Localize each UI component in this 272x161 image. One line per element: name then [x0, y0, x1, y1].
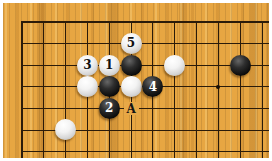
intersection-C18: [55, 33, 77, 55]
intersection-C14: [55, 119, 77, 141]
intersection-F14: [120, 119, 142, 141]
intersection-G17: [142, 54, 164, 76]
intersection-D18: [77, 33, 99, 55]
black-stone-F17: [121, 55, 142, 76]
intersection-G13: [142, 141, 164, 158]
intersection-F19: [120, 11, 142, 33]
intersection-H19: [164, 11, 186, 33]
intersection-F13: [120, 141, 142, 158]
intersection-C19: [55, 11, 77, 33]
intersection-L17: [229, 54, 251, 76]
intersection-D13: [77, 141, 99, 158]
intersection-F15: A: [120, 97, 142, 119]
white-stone-E17-move-1: 1: [99, 55, 120, 76]
intersection-J16: [186, 76, 208, 98]
intersection-D19: [77, 11, 99, 33]
go-board: 53142A: [3, 3, 269, 158]
intersection-L18: [229, 33, 251, 55]
black-stone-L17: [230, 55, 251, 76]
intersection-M14: [251, 119, 269, 141]
intersection-A18: [11, 33, 33, 55]
point-label-F15: A: [124, 102, 139, 115]
intersection-G14: [142, 119, 164, 141]
intersection-A15: [11, 97, 33, 119]
intersection-C16: [55, 76, 77, 98]
black-stone-E16: [99, 76, 120, 97]
intersection-H13: [164, 141, 186, 158]
intersection-E19: [98, 11, 120, 33]
intersection-G15: [142, 97, 164, 119]
intersection-F18: 5: [120, 33, 142, 55]
go-diagram: 53142A: [0, 0, 272, 161]
intersection-K19: [207, 11, 229, 33]
intersection-F16: [120, 76, 142, 98]
white-stone-C14: [55, 119, 76, 140]
intersection-L15: [229, 97, 251, 119]
intersection-E13: [98, 141, 120, 158]
intersection-K14: [207, 119, 229, 141]
white-stone-H17: [164, 55, 185, 76]
intersection-J13: [186, 141, 208, 158]
intersection-J19: [186, 11, 208, 33]
intersection-G19: [142, 11, 164, 33]
black-stone-E15-move-2: 2: [99, 98, 120, 119]
intersection-E18: [98, 33, 120, 55]
intersection-K13: [207, 141, 229, 158]
intersection-K17: [207, 54, 229, 76]
intersection-M17: [251, 54, 269, 76]
intersection-C17: [55, 54, 77, 76]
intersection-K16: [207, 76, 229, 98]
intersection-B19: [33, 11, 55, 33]
intersection-grid: 53142A: [11, 11, 269, 158]
white-stone-D16: [77, 76, 98, 97]
intersection-J15: [186, 97, 208, 119]
intersection-B18: [33, 33, 55, 55]
intersection-A14: [11, 119, 33, 141]
intersection-M16: [251, 76, 269, 98]
intersection-L13: [229, 141, 251, 158]
intersection-D17: 3: [77, 54, 99, 76]
intersection-H15: [164, 97, 186, 119]
black-stone-G16-move-4: 4: [142, 76, 163, 97]
intersection-M15: [251, 97, 269, 119]
intersection-L16: [229, 76, 251, 98]
intersection-C13: [55, 141, 77, 158]
intersection-J14: [186, 119, 208, 141]
intersection-E16: [98, 76, 120, 98]
intersection-H16: [164, 76, 186, 98]
intersection-M18: [251, 33, 269, 55]
white-stone-F16: [121, 76, 142, 97]
intersection-G18: [142, 33, 164, 55]
intersection-A19: [11, 11, 33, 33]
intersection-H17: [164, 54, 186, 76]
white-stone-D17-move-3: 3: [77, 55, 98, 76]
intersection-H14: [164, 119, 186, 141]
intersection-D15: [77, 97, 99, 119]
intersection-E17: 1: [98, 54, 120, 76]
intersection-K15: [207, 97, 229, 119]
intersection-H18: [164, 33, 186, 55]
move-number: 2: [105, 101, 113, 115]
intersection-D14: [77, 119, 99, 141]
intersection-M13: [251, 141, 269, 158]
intersection-J18: [186, 33, 208, 55]
intersection-D16: [77, 76, 99, 98]
move-number: 4: [149, 80, 157, 94]
intersection-A16: [11, 76, 33, 98]
intersection-C15: [55, 97, 77, 119]
intersection-A13: [11, 141, 33, 158]
intersection-J17: [186, 54, 208, 76]
intersection-B15: [33, 97, 55, 119]
intersection-L14: [229, 119, 251, 141]
intersection-B14: [33, 119, 55, 141]
intersection-A17: [11, 54, 33, 76]
move-number: 1: [105, 58, 113, 72]
white-stone-F18-move-5: 5: [121, 33, 142, 54]
move-number: 5: [127, 36, 135, 50]
intersection-B17: [33, 54, 55, 76]
move-number: 3: [83, 58, 91, 72]
intersection-M19: [251, 11, 269, 33]
intersection-F17: [120, 54, 142, 76]
intersection-E14: [98, 119, 120, 141]
intersection-B16: [33, 76, 55, 98]
intersection-E15: 2: [98, 97, 120, 119]
intersection-B13: [33, 141, 55, 158]
intersection-G16: 4: [142, 76, 164, 98]
intersection-L19: [229, 11, 251, 33]
intersection-K18: [207, 33, 229, 55]
